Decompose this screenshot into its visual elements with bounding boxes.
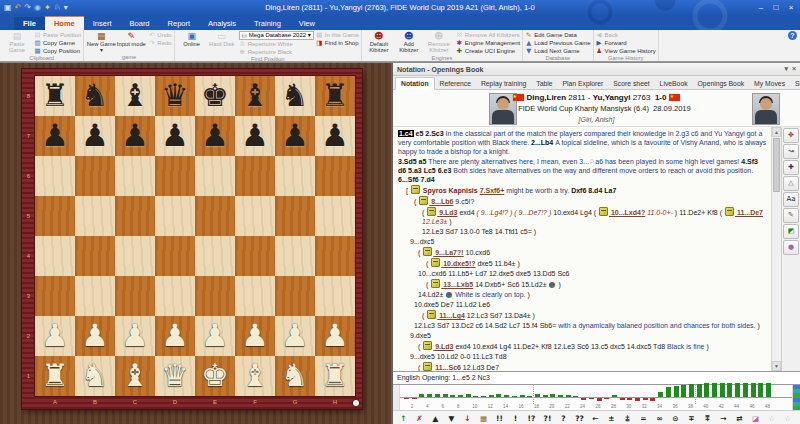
- board-squares: ♜♞♝♛♚♝♞♜♟♟♟♟♟♟♟♟♟♟♟♟♟♟♟♟♜♞♝♛♚♝♞♜: [35, 76, 355, 396]
- square-e5[interactable]: [195, 196, 235, 236]
- square-c2[interactable]: ♟: [115, 316, 155, 356]
- undo-icon[interactable]: ↶: [15, 4, 22, 12]
- eval-bar-move-23[interactable]: [573, 396, 578, 397]
- notation-area[interactable]: 1.c4 e5 2.Sc3 In the classical part of t…: [393, 127, 771, 371]
- move-text[interactable]: 12.Lc3 Sd7 13.Da4± ): [465, 312, 535, 319]
- black-pawn-icon: ♟: [75, 116, 115, 156]
- online-button-icon: ▣: [187, 31, 196, 41]
- move-text[interactable]: 13...Lxb5: [441, 281, 473, 288]
- eval-graph[interactable]: 2468101214161820222426283032343638404244…: [393, 384, 800, 410]
- eval-circle-icon: [446, 292, 452, 298]
- notation-tab-score-sheet[interactable]: Score sheet: [608, 78, 654, 89]
- eval-bar-move-1[interactable]: [404, 398, 409, 399]
- move-text[interactable]: 10.exd4 Lg4: [553, 209, 593, 216]
- training-arrow-icon[interactable]: ↝: [783, 144, 799, 159]
- notation-tab-table[interactable]: Table: [531, 78, 557, 89]
- black-bishop-icon: ♝: [235, 76, 275, 116]
- eval-bar-move-15[interactable]: [512, 396, 517, 397]
- hard-disk-button[interactable]: ▭Hard Disk: [207, 31, 237, 56]
- square-d4[interactable]: [155, 236, 195, 276]
- paste-game-button[interactable]: ▤Paste Game: [2, 31, 32, 55]
- eval-bar-move-47[interactable]: [758, 383, 763, 397]
- square-g6[interactable]: [275, 156, 315, 196]
- eval-bar-move-5[interactable]: [435, 394, 440, 397]
- notation-tab-surveys[interactable]: Surveys: [790, 78, 800, 89]
- square-h8[interactable]: ♜: [315, 76, 355, 116]
- notation-tab-notation[interactable]: Notation: [395, 77, 435, 90]
- white-better-symbol[interactable]: ±: [604, 412, 619, 424]
- blunder-symbol[interactable]: ??: [572, 412, 587, 424]
- move-text[interactable]: 11.De2+ Kf8: [679, 209, 720, 216]
- eval-bar-move-29[interactable]: [620, 398, 625, 400]
- eval-bar-move-6[interactable]: [443, 394, 448, 397]
- square-b4[interactable]: [75, 236, 115, 276]
- square-f7[interactable]: ♟: [235, 116, 275, 156]
- eval-bar-move-39[interactable]: [697, 384, 702, 397]
- square-d7[interactable]: ♟: [155, 116, 195, 156]
- in-this-game-button[interactable]: ▦In this Game: [316, 31, 359, 39]
- close-button[interactable]: ×: [784, 1, 798, 15]
- tab-analysis[interactable]: Analysis: [199, 17, 245, 30]
- colored-arrow-icon[interactable]: ◩: [783, 224, 799, 239]
- eval-bar-move-32[interactable]: [643, 398, 648, 400]
- load-previous-game-button[interactable]: ▲Load Previous Game: [525, 39, 590, 47]
- square-a1[interactable]: ♜: [35, 356, 75, 396]
- eval-bar-move-21[interactable]: [558, 395, 563, 397]
- move-text[interactable]: 11...De7: [735, 209, 763, 216]
- square-f3[interactable]: [235, 276, 275, 316]
- notation-side-toolbar: ✥↝✚△Aa✎◩●: [781, 127, 800, 371]
- square-c1[interactable]: ♝: [115, 356, 155, 396]
- notation-line: ( 8...Lb6 9.c5!?: [396, 196, 768, 206]
- annotator-square-icon: [419, 196, 428, 205]
- good-for-black-arrow-icon[interactable]: ↓: [460, 412, 475, 424]
- text-format-icon[interactable]: Aa: [783, 192, 799, 207]
- notation-tab-replay-training[interactable]: Replay training: [476, 78, 531, 89]
- new-game--button[interactable]: ▦New Game ▾: [86, 31, 116, 54]
- brilliant-move-symbol[interactable]: !!: [492, 412, 507, 424]
- tab-file[interactable]: File: [14, 17, 45, 30]
- eval-bar-move-44[interactable]: [735, 383, 740, 397]
- forward-button[interactable]: ▶Forward: [596, 39, 656, 47]
- move-text[interactable]: 9.Ld3: [433, 343, 453, 350]
- graph-tick-label: 2: [411, 404, 414, 410]
- eval-bar-move-12[interactable]: [489, 395, 494, 397]
- move-text[interactable]: 9...dxe5 10.Ld2 0-0 11.Lc3 Td8: [410, 353, 507, 360]
- engine-icon[interactable]: ◉: [34, 4, 41, 12]
- eval-bar-move-40[interactable]: [704, 383, 709, 397]
- move-text: (: [422, 312, 426, 319]
- notation-line: 10.dxe5 De7 11.Ld2 Le6: [396, 300, 768, 309]
- annotator-name[interactable]: Spyros Kapnisis: [421, 187, 480, 194]
- move-text[interactable]: 10.dxe5!?: [441, 260, 475, 267]
- ribbon-group-find-position: ▣Online▭Hard Disk⛁Mega Database 2022 ▾♔R…: [175, 30, 362, 61]
- eval-bar-move-8[interactable]: [458, 395, 463, 397]
- square-f4[interactable]: [235, 236, 275, 276]
- eval-bar-move-24[interactable]: [581, 398, 586, 400]
- notation-line: 10...cxd6 11.Lb5+ Ld7 12.dxe5 dxe5 13.Dd…: [396, 269, 768, 278]
- delete-icon[interactable]: △: [783, 176, 799, 191]
- square-d2[interactable]: ♟: [155, 316, 195, 356]
- white-slightly-better-symbol[interactable]: ⩲: [620, 412, 635, 424]
- attack-symbol[interactable]: →: [716, 412, 731, 424]
- move-text[interactable]: e5 2.Sc3: [414, 130, 446, 137]
- insert-move-icon[interactable]: ✚: [783, 160, 799, 175]
- eval-bar-move-36[interactable]: [674, 386, 679, 397]
- white-pawn-icon: ♟: [35, 316, 75, 356]
- notation-line: 9.dxe5: [396, 331, 768, 340]
- black-pawn-icon: ♟: [155, 116, 195, 156]
- notation-tab-strip: NotationReferenceReplay trainingTablePla…: [393, 76, 800, 90]
- eval-bar-move-42[interactable]: [720, 383, 725, 397]
- eval-bar-move-7[interactable]: [450, 395, 455, 397]
- undo-button-icon: ↶: [148, 31, 155, 39]
- square-e1[interactable]: ♚: [195, 356, 235, 396]
- square-g7[interactable]: ♟: [275, 116, 315, 156]
- move-text[interactable]: 9.c5!?: [453, 198, 474, 205]
- square-h1[interactable]: ♜: [315, 356, 355, 396]
- help-icon[interactable]: ?: [788, 31, 797, 40]
- white-queen-icon: ♛: [155, 356, 195, 396]
- equal-symbol[interactable]: =: [636, 412, 651, 424]
- eval-bar-move-41[interactable]: [712, 383, 717, 397]
- square-e2[interactable]: ♟: [195, 316, 235, 356]
- eval-bar-move-17[interactable]: [527, 396, 532, 397]
- eval-bar-move-10[interactable]: [473, 396, 478, 397]
- good-for-white-arrow-icon[interactable]: ↑: [396, 412, 411, 424]
- square-b1[interactable]: ♞: [75, 356, 115, 396]
- view-game-history-button[interactable]: ♟View Game History: [596, 47, 656, 55]
- eval-bar-move-3[interactable]: [419, 394, 424, 397]
- tab-training[interactable]: Training: [245, 17, 290, 30]
- remove-kibitzer-button[interactable]: ☻Remove Kibitzer: [424, 31, 454, 55]
- white-bishop-icon: ♝: [235, 356, 275, 396]
- maximize-button[interactable]: □: [769, 1, 783, 15]
- square-a2[interactable]: ♟: [35, 316, 75, 356]
- square-e4[interactable]: [195, 236, 235, 276]
- input-mode-button[interactable]: ✎Input mode: [116, 31, 146, 54]
- eval-bar-move-25[interactable]: [589, 398, 594, 399]
- save-icon[interactable]: ▣: [4, 4, 12, 12]
- eraser-icon[interactable]: ●: [783, 240, 799, 255]
- square-c5[interactable]: [115, 196, 155, 236]
- square-h7[interactable]: ♟: [315, 116, 355, 156]
- compensation-symbol[interactable]: ⊙: [668, 412, 683, 424]
- repertoire-white-button[interactable]: ♔Repertoire White: [239, 40, 314, 48]
- square-c3[interactable]: [115, 276, 155, 316]
- square-b3[interactable]: [75, 276, 115, 316]
- eval-bar-move-20[interactable]: [550, 394, 555, 397]
- tab-report[interactable]: Report: [159, 17, 200, 30]
- copy-game-button[interactable]: ▥Copy Game: [34, 39, 81, 47]
- move-text[interactable]: 8...Lb6: [429, 198, 453, 205]
- black-pawn-icon: ♟: [275, 116, 315, 156]
- square-e7[interactable]: ♟: [195, 116, 235, 156]
- square-h3[interactable]: [315, 276, 355, 316]
- main-area: 87654321 ABCDEFGH ♜♞♝♛♚♝♞♜♟♟♟♟♟♟♟♟♟♟♟♟♟♟…: [0, 62, 800, 424]
- counterplay-symbol[interactable]: ⇄: [732, 412, 747, 424]
- square-g3[interactable]: [275, 276, 315, 316]
- square-b7[interactable]: ♟: [75, 116, 115, 156]
- engine-management-button[interactable]: ✱Engine Management: [456, 39, 520, 47]
- move-text[interactable]: Dxf6 8.d4 La7: [571, 187, 616, 194]
- move-text[interactable]: 9...dxc5: [410, 238, 435, 245]
- graph-scroll-strip[interactable]: [393, 385, 400, 410]
- remove-all-kibitzers-button-icon: ☒: [456, 31, 463, 39]
- graph-dotted-line: [533, 385, 534, 404]
- eval-bar-move-34[interactable]: [658, 392, 663, 398]
- square-d3[interactable]: [155, 276, 195, 316]
- move-text[interactable]: exd4: [458, 209, 477, 216]
- square-e8[interactable]: ♚: [195, 76, 235, 116]
- close-symbol-icon[interactable]: ×: [796, 412, 800, 424]
- square-h6[interactable]: [315, 156, 355, 196]
- load-next-game-button[interactable]: ▼Load Next Game: [525, 47, 590, 55]
- square-h5[interactable]: [315, 196, 355, 236]
- move-text[interactable]: 11...Sc6: [433, 364, 461, 371]
- square-c4[interactable]: [115, 236, 155, 276]
- online-button[interactable]: ▣Online: [177, 31, 207, 56]
- notation-tab-reference[interactable]: Reference: [435, 78, 476, 89]
- ribbon-group-database: ✎Edit Game Data▲Load Previous Game▼Load …: [523, 30, 593, 61]
- window-controls: – □ ×: [754, 1, 800, 15]
- square-f8[interactable]: ♝: [235, 76, 275, 116]
- pane-menu-icon[interactable]: ▾: [784, 65, 788, 73]
- square-d5[interactable]: [155, 196, 195, 236]
- find-in-shop-button[interactable]: ◨Find in Shop: [316, 39, 359, 47]
- square-b5[interactable]: [75, 196, 115, 236]
- black-pawn-icon: ♟: [235, 116, 275, 156]
- colored-board-icon[interactable]: ▦: [476, 412, 491, 424]
- eval-bar-move-45[interactable]: [743, 383, 748, 397]
- eval-bar-move-31[interactable]: [635, 398, 640, 401]
- eval-bar-move-48[interactable]: [766, 383, 771, 397]
- square-b2[interactable]: ♟: [75, 316, 115, 356]
- square-f2[interactable]: ♟: [235, 316, 275, 356]
- move-text: (: [720, 209, 724, 216]
- tab-board[interactable]: Board: [121, 17, 159, 30]
- redo-icon[interactable]: ↷: [24, 4, 31, 12]
- move-text[interactable]: 9.Ld3: [437, 209, 457, 216]
- pane-close-icon[interactable]: ×: [792, 65, 796, 73]
- eval-bar-move-27[interactable]: [604, 398, 609, 399]
- more-icon[interactable]: ▾: [64, 4, 68, 12]
- move-text[interactable]: 2...Lb4: [531, 139, 555, 146]
- notation-line: 1.c4 e5 2.Sc3 In the classical part of t…: [396, 129, 768, 156]
- square-d1[interactable]: ♛: [155, 356, 195, 396]
- move-text[interactable]: 6...Sf6 7.d4: [398, 176, 435, 183]
- add-kibitzer-button[interactable]: ☻Add Kibitzer: [394, 31, 424, 55]
- move-text[interactable]: 3.Sd5 a5: [398, 158, 428, 165]
- move-text[interactable]: 10.dxe5 De7 11.Ld2 Le6: [414, 301, 490, 308]
- repertoire-black-button[interactable]: ♚Repertoire Black: [239, 48, 314, 56]
- remove-all-kibitzers-button[interactable]: ☒Remove All Kibitzers: [456, 31, 520, 39]
- edit-annotation-icon[interactable]: ✎: [783, 208, 799, 223]
- move-text[interactable]: 12.Lc3 Sd7 13.Dc2 c6 14.Sd2 Lc7 15.f4 Sb…: [414, 322, 558, 329]
- new-game--button-icon: ▦: [97, 31, 106, 41]
- move-text[interactable]: 9...La7?!: [433, 249, 463, 256]
- eval-bar-move-9[interactable]: [466, 394, 471, 397]
- square-f5[interactable]: [235, 196, 275, 236]
- square-g2[interactable]: ♟: [275, 316, 315, 356]
- move-text[interactable]: 10...Lxd4?: [609, 209, 645, 216]
- notation-line: ( 9.Ld3 exd4 ( 9...Lg4!? ) ( 9...De7!? )…: [396, 207, 768, 226]
- tab-insert[interactable]: Insert: [84, 17, 121, 30]
- square-g1[interactable]: ♞: [275, 356, 315, 396]
- minimize-button[interactable]: –: [754, 1, 768, 15]
- key-icon[interactable]: ✦: [44, 4, 51, 12]
- repertoire-black-button-icon: ♚: [239, 48, 246, 56]
- event-line: A21 FIDE World Cup Khanty Mansiysk (6.4)…: [502, 103, 690, 114]
- notation-line: [ Spyros Kapnisis 7.Sxf6+ might be worth…: [396, 185, 768, 195]
- eval-bar-move-35[interactable]: [666, 387, 671, 397]
- move-text[interactable]: 1.c4: [398, 130, 414, 137]
- graph-tick-label: 20: [549, 404, 554, 410]
- unclear-symbol[interactable]: ∞: [652, 412, 667, 424]
- move-text[interactable]: 7.Sxf6+: [480, 187, 505, 194]
- move-text[interactable]: dxe5 11.b4± ): [476, 260, 520, 267]
- square-f1[interactable]: ♝: [235, 356, 275, 396]
- eraser-icon[interactable]: ◪: [748, 412, 763, 424]
- square-a6[interactable]: [35, 156, 75, 196]
- interesting-move-symbol[interactable]: !?: [524, 412, 539, 424]
- move-text[interactable]: ( 9...Lg4!? ) ( 9...De7!? ): [477, 209, 554, 216]
- notation-tab-openings-book[interactable]: Openings Book: [693, 78, 749, 89]
- paste-position-button[interactable]: ▤Paste Position: [34, 31, 81, 39]
- pane-title: Notation - Openings Book: [397, 66, 483, 73]
- eval-bar-move-14[interactable]: [504, 395, 509, 397]
- move-text[interactable]: 12.Ld3 De7: [461, 364, 499, 371]
- graph-tick-label: 32: [642, 404, 647, 410]
- black-slightly-better-symbol[interactable]: ⩱: [700, 412, 715, 424]
- square-b6[interactable]: [75, 156, 115, 196]
- back-symbol[interactable]: ←: [588, 412, 603, 424]
- square-c7[interactable]: ♟: [115, 116, 155, 156]
- move-text[interactable]: 14.Dxb5+ Sc6 15.Ld2±: [473, 281, 548, 288]
- eval-bar-move-13[interactable]: [496, 394, 501, 397]
- pane-caption: Notation - Openings Book ▾ ×: [393, 63, 800, 76]
- mega-database-2022--dropdown[interactable]: ⛁Mega Database 2022 ▾: [239, 31, 314, 40]
- eval-bar-move-4[interactable]: [427, 394, 432, 397]
- eval-bar-move-33[interactable]: [650, 398, 655, 401]
- annotator-square-icon: [427, 310, 436, 319]
- eval-bar-move-26[interactable]: [597, 398, 602, 401]
- promote-variation-icon[interactable]: ▲: [428, 412, 443, 424]
- square-e3[interactable]: [195, 276, 235, 316]
- move-text[interactable]: 10.cxd6: [464, 249, 490, 256]
- black-pawn-icon: ♟: [35, 116, 75, 156]
- square-h4[interactable]: [315, 236, 355, 276]
- eval-bar-move-18[interactable]: [535, 394, 540, 397]
- delete-annotation-icon[interactable]: ✗: [412, 412, 427, 424]
- eval-bar-move-11[interactable]: [481, 396, 486, 397]
- square-h2[interactable]: ♟: [315, 316, 355, 356]
- eval-bar-move-16[interactable]: [520, 395, 525, 397]
- move-text[interactable]: 14.Ld2±: [418, 291, 445, 298]
- square-a4[interactable]: [35, 236, 75, 276]
- square-d8[interactable]: ♛: [155, 76, 195, 116]
- square-a7[interactable]: ♟: [35, 116, 75, 156]
- move-text: ): [449, 218, 451, 225]
- eval-bar-move-22[interactable]: [566, 395, 571, 397]
- notation-tab-plan-explorer[interactable]: Plan Explorer: [558, 78, 609, 89]
- scroll-down-icon[interactable]: ▼: [772, 361, 781, 371]
- chess-board[interactable]: 87654321 ABCDEFGH ♜♞♝♛♚♝♞♜♟♟♟♟♟♟♟♟♟♟♟♟♟♟…: [22, 69, 362, 409]
- default-kibitzer-button[interactable]: ☻Default Kibitzer: [364, 31, 394, 55]
- white-rook-icon: ♜: [35, 356, 75, 396]
- eval-bar-move-43[interactable]: [727, 383, 732, 397]
- good-move-symbol[interactable]: !: [508, 412, 523, 424]
- eval-bar-move-19[interactable]: [543, 395, 548, 397]
- eval-bar-move-37[interactable]: [681, 385, 686, 397]
- eval-bar-move-2[interactable]: [412, 398, 417, 399]
- eval-bar-move-38[interactable]: [689, 384, 694, 397]
- tab-home[interactable]: Home: [45, 16, 84, 30]
- eval-bar-move-46[interactable]: [751, 383, 756, 397]
- square-b8[interactable]: ♞: [75, 76, 115, 116]
- square-a8[interactable]: ♜: [35, 76, 75, 116]
- create-uci-engine-button-icon: ✚: [456, 47, 463, 55]
- tab-view[interactable]: View: [290, 17, 324, 30]
- square-f6[interactable]: [235, 156, 275, 196]
- notation-tab-my-moves[interactable]: My Moves: [749, 78, 790, 89]
- eval-bar-move-28[interactable]: [612, 395, 617, 397]
- move-text: ): [556, 281, 560, 288]
- move-text[interactable]: 12.Le3±: [422, 218, 449, 225]
- scroll-thumb[interactable]: [773, 138, 780, 192]
- move-text: (: [418, 343, 422, 350]
- square-a3[interactable]: [35, 276, 75, 316]
- undo-button[interactable]: ↶Undo: [148, 31, 171, 39]
- variation-arrows-icon[interactable]: ✥: [783, 128, 799, 143]
- medal-icon[interactable]: ☆: [764, 412, 779, 424]
- square-c6[interactable]: [115, 156, 155, 196]
- move-text[interactable]: 9.dxe5: [410, 332, 431, 339]
- medal2-icon[interactable]: ☆: [780, 412, 795, 424]
- move-text[interactable]: 11...Lg4: [437, 312, 465, 319]
- square-g4[interactable]: [275, 236, 315, 276]
- eval-bar-move-30[interactable]: [627, 398, 632, 400]
- black-better-symbol[interactable]: ∓: [684, 412, 699, 424]
- move-text[interactable]: 11.0-0+-: [645, 209, 675, 216]
- mistake-symbol[interactable]: ?: [556, 412, 571, 424]
- move-text[interactable]: exd4 10.exd4 Lg4 11.De2+ Kf8 12.Le3 Sc6 …: [454, 343, 668, 350]
- square-a5[interactable]: [35, 196, 75, 236]
- create-uci-engine-button[interactable]: ✚Create UCI Engine: [456, 47, 520, 55]
- copy-position-button[interactable]: ▦Copy Position: [34, 47, 81, 55]
- black-king-icon: ♚: [195, 76, 235, 116]
- dubious-move-symbol[interactable]: ?!: [540, 412, 555, 424]
- redo-button[interactable]: ↷Redo: [148, 39, 171, 47]
- square-c8[interactable]: ♝: [115, 76, 155, 116]
- move-text[interactable]: 12.Le3 Sd7 13.0-0 Te8 14.Tfd1 c5= ): [422, 228, 536, 235]
- board-panel: 87654321 ABCDEFGH ♜♞♝♛♚♝♞♜♟♟♟♟♟♟♟♟♟♟♟♟♟♟…: [0, 63, 393, 424]
- notation-scrollbar[interactable]: ▲ ▼: [771, 127, 781, 371]
- notation-panel: Notation - Openings Book ▾ × NotationRef…: [393, 63, 800, 424]
- demote-variation-icon[interactable]: ▼: [444, 412, 459, 424]
- square-g5[interactable]: [275, 196, 315, 236]
- ribbon-group-game-history: ◀Back▶Forward♟View Game HistoryGame Hist…: [594, 30, 659, 61]
- square-g8[interactable]: ♞: [275, 76, 315, 116]
- square-d6[interactable]: [155, 156, 195, 196]
- square-e6[interactable]: [195, 156, 235, 196]
- notation-tab-livebook[interactable]: LiveBook: [655, 78, 693, 89]
- black-pawn-icon: ♟: [195, 116, 235, 156]
- china-flag-icon: [669, 94, 680, 101]
- piece-icon[interactable]: ♘: [54, 4, 61, 12]
- scroll-up-icon[interactable]: ▲: [772, 127, 781, 137]
- move-text[interactable]: 10...cxd6 11.Lb5+ Ld7 12.dxe5 dxe5 13.Dd…: [418, 270, 569, 277]
